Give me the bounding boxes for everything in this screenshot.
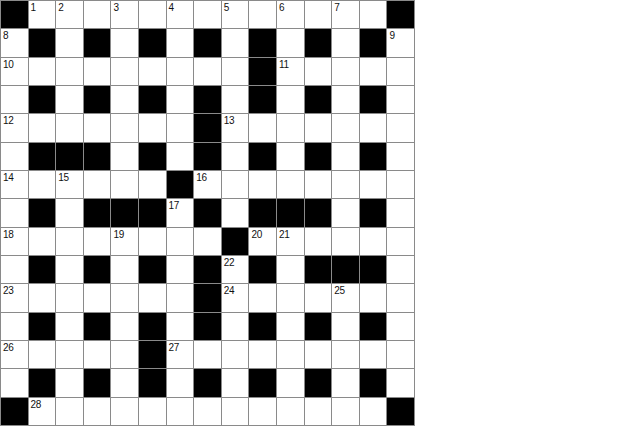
blocked-cell xyxy=(360,199,387,226)
grid-cell[interactable] xyxy=(56,284,83,311)
blocked-cell xyxy=(84,313,111,340)
grid-cell[interactable] xyxy=(360,58,387,85)
clue-number: 12 xyxy=(3,115,14,126)
grid-cell[interactable] xyxy=(84,341,111,368)
blocked-cell xyxy=(360,369,387,396)
grid-cell[interactable] xyxy=(305,114,332,141)
grid-cell[interactable] xyxy=(249,114,276,141)
blocked-cell xyxy=(194,143,221,170)
grid-cell[interactable] xyxy=(277,143,304,170)
grid-cell[interactable] xyxy=(387,369,414,396)
grid-cell[interactable] xyxy=(387,171,414,198)
grid-cell[interactable]: 13 xyxy=(222,114,249,141)
grid-cell[interactable] xyxy=(305,228,332,255)
clue-number: 23 xyxy=(3,285,14,296)
blocked-cell xyxy=(29,369,56,396)
clue-number: 11 xyxy=(279,59,289,70)
grid-cell[interactable] xyxy=(139,58,166,85)
grid-cell[interactable] xyxy=(360,341,387,368)
grid-cell[interactable] xyxy=(111,143,138,170)
grid-cell[interactable] xyxy=(222,143,249,170)
blocked-cell xyxy=(194,284,221,311)
grid-cell[interactable]: 15 xyxy=(56,171,83,198)
clue-number: 19 xyxy=(113,229,124,240)
grid-cell[interactable] xyxy=(139,171,166,198)
grid-cell[interactable]: 5 xyxy=(222,1,249,28)
grid-cell[interactable] xyxy=(305,341,332,368)
grid-cell[interactable]: 24 xyxy=(222,284,249,311)
grid-cell[interactable] xyxy=(167,284,194,311)
blocked-cell xyxy=(29,143,56,170)
grid-cell[interactable]: 28 xyxy=(29,398,56,425)
grid-cell[interactable] xyxy=(111,58,138,85)
blocked-cell xyxy=(360,313,387,340)
grid-cell[interactable] xyxy=(332,86,359,113)
grid-cell[interactable] xyxy=(332,143,359,170)
grid-cell[interactable]: 1 xyxy=(29,1,56,28)
clue-number: 14 xyxy=(3,172,14,183)
grid-cell[interactable] xyxy=(1,369,28,396)
grid-cell[interactable] xyxy=(332,313,359,340)
grid-cell[interactable] xyxy=(277,29,304,56)
blocked-cell xyxy=(249,313,276,340)
grid-cell[interactable] xyxy=(222,86,249,113)
blocked-cell xyxy=(194,86,221,113)
blocked-cell xyxy=(29,199,56,226)
clue-number: 22 xyxy=(224,257,235,268)
grid-cell[interactable]: 8 xyxy=(1,29,28,56)
clue-number: 17 xyxy=(169,200,180,211)
grid-cell[interactable] xyxy=(84,228,111,255)
grid-cell[interactable]: 11 xyxy=(277,58,304,85)
grid-cell[interactable] xyxy=(167,256,194,283)
grid-cell[interactable] xyxy=(360,171,387,198)
blocked-cell xyxy=(84,143,111,170)
clue-number: 6 xyxy=(279,2,284,13)
blocked-cell xyxy=(387,1,414,28)
grid-cell[interactable] xyxy=(29,171,56,198)
clue-number: 3 xyxy=(113,2,118,13)
blocked-cell xyxy=(139,341,166,368)
clue-number: 2 xyxy=(58,2,63,13)
grid-cell[interactable] xyxy=(167,143,194,170)
grid-cell[interactable] xyxy=(84,398,111,425)
grid-cell[interactable] xyxy=(249,1,276,28)
blocked-cell xyxy=(305,29,332,56)
grid-cell[interactable] xyxy=(167,58,194,85)
grid-cell[interactable] xyxy=(194,58,221,85)
grid-cell[interactable] xyxy=(56,199,83,226)
grid-cell[interactable] xyxy=(277,114,304,141)
blocked-cell xyxy=(139,29,166,56)
grid-cell[interactable] xyxy=(277,398,304,425)
grid-cell[interactable] xyxy=(29,341,56,368)
grid-cell[interactable] xyxy=(249,398,276,425)
grid-cell[interactable] xyxy=(249,171,276,198)
clue-number: 18 xyxy=(3,229,14,240)
grid-cell[interactable] xyxy=(277,369,304,396)
clue-number: 16 xyxy=(196,172,207,183)
grid-cell[interactable] xyxy=(194,228,221,255)
blocked-cell xyxy=(249,29,276,56)
grid-cell[interactable] xyxy=(139,1,166,28)
grid-cell[interactable] xyxy=(167,29,194,56)
blocked-cell xyxy=(111,199,138,226)
blocked-cell xyxy=(84,256,111,283)
grid-cell[interactable] xyxy=(56,228,83,255)
grid-cell[interactable] xyxy=(387,114,414,141)
grid-cell[interactable] xyxy=(139,114,166,141)
grid-cell[interactable] xyxy=(332,228,359,255)
blocked-cell xyxy=(84,86,111,113)
grid-cell[interactable] xyxy=(222,29,249,56)
grid-cell[interactable] xyxy=(222,199,249,226)
grid-cell[interactable] xyxy=(387,284,414,311)
grid-cell[interactable] xyxy=(29,114,56,141)
clue-number: 13 xyxy=(224,115,235,126)
grid-cell[interactable]: 23 xyxy=(1,284,28,311)
clue-number: 28 xyxy=(31,399,42,410)
blocked-cell xyxy=(194,114,221,141)
blocked-cell xyxy=(139,369,166,396)
blocked-cell xyxy=(194,29,221,56)
blocked-cell xyxy=(84,29,111,56)
grid-cell[interactable] xyxy=(360,1,387,28)
blocked-cell xyxy=(194,313,221,340)
grid-cell[interactable] xyxy=(167,313,194,340)
grid-cell[interactable] xyxy=(332,341,359,368)
grid-cell[interactable] xyxy=(222,398,249,425)
grid-cell[interactable] xyxy=(56,29,83,56)
clue-number: 26 xyxy=(3,342,14,353)
clue-number: 7 xyxy=(334,2,339,13)
blocked-cell xyxy=(29,313,56,340)
grid-cell[interactable]: 4 xyxy=(167,1,194,28)
grid-cell[interactable] xyxy=(249,284,276,311)
blocked-cell xyxy=(194,256,221,283)
grid-cell[interactable] xyxy=(332,114,359,141)
grid-cell[interactable] xyxy=(167,398,194,425)
grid-cell[interactable] xyxy=(56,58,83,85)
clue-number: 27 xyxy=(169,342,180,353)
grid-cell[interactable] xyxy=(167,228,194,255)
grid-cell[interactable]: 25 xyxy=(332,284,359,311)
grid-cell[interactable] xyxy=(111,398,138,425)
grid-cell[interactable] xyxy=(139,228,166,255)
blocked-cell xyxy=(139,86,166,113)
grid-cell[interactable] xyxy=(84,284,111,311)
grid-cell[interactable] xyxy=(167,86,194,113)
grid-cell[interactable] xyxy=(332,398,359,425)
grid-cell[interactable] xyxy=(56,341,83,368)
clue-number: 1 xyxy=(31,2,36,13)
blocked-cell xyxy=(139,143,166,170)
clue-number: 8 xyxy=(3,30,8,41)
grid-cell[interactable] xyxy=(305,171,332,198)
grid-cell[interactable]: 22 xyxy=(222,256,249,283)
blocked-cell xyxy=(332,256,359,283)
grid-cell[interactable]: 6 xyxy=(277,1,304,28)
blocked-cell xyxy=(305,256,332,283)
grid-cell[interactable] xyxy=(222,313,249,340)
grid-cell[interactable] xyxy=(387,58,414,85)
blocked-cell xyxy=(249,86,276,113)
grid-cell[interactable] xyxy=(56,114,83,141)
grid-cell[interactable]: 3 xyxy=(111,1,138,28)
blocked-cell xyxy=(139,256,166,283)
blocked-cell xyxy=(1,398,28,425)
blocked-cell xyxy=(1,1,28,28)
grid-cell[interactable] xyxy=(387,86,414,113)
blocked-cell xyxy=(249,199,276,226)
grid-cell[interactable] xyxy=(84,114,111,141)
grid-cell[interactable] xyxy=(305,58,332,85)
blocked-cell xyxy=(360,29,387,56)
clue-number: 15 xyxy=(58,172,69,183)
grid-cell[interactable]: 27 xyxy=(167,341,194,368)
crossword-grid: 1234567891011121314151617181920212223242… xyxy=(0,0,415,426)
grid-cell[interactable] xyxy=(111,114,138,141)
grid-cell[interactable] xyxy=(29,284,56,311)
grid-cell[interactable]: 26 xyxy=(1,341,28,368)
blocked-cell xyxy=(249,256,276,283)
clue-number: 5 xyxy=(224,2,229,13)
clue-number: 4 xyxy=(169,2,174,13)
clue-number: 21 xyxy=(279,229,290,240)
blocked-cell xyxy=(305,199,332,226)
grid-cell[interactable] xyxy=(56,398,83,425)
blocked-cell xyxy=(249,369,276,396)
grid-cell[interactable] xyxy=(222,58,249,85)
grid-cell[interactable] xyxy=(277,256,304,283)
grid-cell[interactable]: 14 xyxy=(1,171,28,198)
grid-cell[interactable] xyxy=(194,398,221,425)
blocked-cell xyxy=(29,86,56,113)
grid-cell[interactable] xyxy=(387,256,414,283)
grid-cell[interactable]: 20 xyxy=(249,228,276,255)
grid-cell[interactable] xyxy=(167,369,194,396)
grid-cell[interactable] xyxy=(111,284,138,311)
grid-cell[interactable] xyxy=(387,228,414,255)
grid-cell[interactable]: 16 xyxy=(194,171,221,198)
grid-cell[interactable] xyxy=(56,86,83,113)
clue-number: 25 xyxy=(334,285,345,296)
grid-cell[interactable] xyxy=(111,256,138,283)
page: 1234567891011121314151617181920212223242… xyxy=(0,0,640,426)
grid-cell[interactable] xyxy=(360,228,387,255)
grid-cell[interactable]: 21 xyxy=(277,228,304,255)
blocked-cell xyxy=(167,171,194,198)
grid-cell[interactable] xyxy=(222,369,249,396)
grid-cell[interactable] xyxy=(111,341,138,368)
grid-cell[interactable] xyxy=(111,171,138,198)
grid-cell[interactable] xyxy=(332,58,359,85)
clue-number: 24 xyxy=(224,285,235,296)
clue-number: 9 xyxy=(389,30,394,41)
grid-cell[interactable] xyxy=(332,199,359,226)
blocked-cell xyxy=(84,369,111,396)
grid-cell[interactable] xyxy=(249,341,276,368)
grid-cell[interactable] xyxy=(111,313,138,340)
grid-cell[interactable] xyxy=(1,313,28,340)
blocked-cell xyxy=(305,313,332,340)
grid-cell[interactable] xyxy=(332,171,359,198)
grid-cell[interactable] xyxy=(277,171,304,198)
grid-cell[interactable]: 12 xyxy=(1,114,28,141)
grid-cell[interactable] xyxy=(56,256,83,283)
grid-cell[interactable]: 17 xyxy=(167,199,194,226)
grid-cell[interactable]: 2 xyxy=(56,1,83,28)
grid-cell[interactable] xyxy=(360,284,387,311)
blocked-cell xyxy=(387,398,414,425)
grid-cell[interactable] xyxy=(84,1,111,28)
grid-cell[interactable] xyxy=(387,143,414,170)
blocked-cell xyxy=(305,143,332,170)
grid-cell[interactable] xyxy=(277,341,304,368)
clue-number: 10 xyxy=(3,59,14,70)
grid-cell[interactable] xyxy=(29,58,56,85)
grid-cell[interactable] xyxy=(29,228,56,255)
grid-cell[interactable]: 19 xyxy=(111,228,138,255)
grid-cell[interactable] xyxy=(332,29,359,56)
grid-cell[interactable] xyxy=(194,341,221,368)
grid-cell[interactable] xyxy=(360,398,387,425)
grid-cell[interactable]: 7 xyxy=(332,1,359,28)
grid-cell[interactable] xyxy=(277,86,304,113)
blocked-cell xyxy=(249,58,276,85)
grid-cell[interactable] xyxy=(111,86,138,113)
grid-cell[interactable] xyxy=(305,1,332,28)
grid-cell[interactable] xyxy=(139,284,166,311)
grid-cell[interactable] xyxy=(167,114,194,141)
grid-cell[interactable] xyxy=(56,369,83,396)
grid-cell[interactable] xyxy=(387,199,414,226)
grid-cell[interactable] xyxy=(1,256,28,283)
grid-cell[interactable] xyxy=(1,199,28,226)
grid-cell[interactable] xyxy=(277,284,304,311)
grid-cell[interactable] xyxy=(332,369,359,396)
grid-cell[interactable] xyxy=(194,1,221,28)
grid-cell[interactable] xyxy=(1,143,28,170)
blocked-cell xyxy=(305,369,332,396)
grid-cell[interactable] xyxy=(387,313,414,340)
grid-cell[interactable] xyxy=(84,171,111,198)
grid-cell[interactable]: 18 xyxy=(1,228,28,255)
grid-cell[interactable] xyxy=(111,369,138,396)
blocked-cell xyxy=(249,143,276,170)
grid-cell[interactable] xyxy=(111,29,138,56)
grid-cell[interactable] xyxy=(305,284,332,311)
blocked-cell xyxy=(360,86,387,113)
grid-cell[interactable]: 9 xyxy=(387,29,414,56)
clue-number: 20 xyxy=(251,229,262,240)
blocked-cell xyxy=(139,199,166,226)
blocked-cell xyxy=(56,143,83,170)
blocked-cell xyxy=(222,228,249,255)
blocked-cell xyxy=(277,199,304,226)
blocked-cell xyxy=(194,369,221,396)
grid-cell[interactable] xyxy=(360,114,387,141)
blocked-cell xyxy=(29,256,56,283)
grid-cell[interactable] xyxy=(84,58,111,85)
blocked-cell xyxy=(360,256,387,283)
grid-cell[interactable] xyxy=(1,86,28,113)
blocked-cell xyxy=(305,86,332,113)
blocked-cell xyxy=(139,313,166,340)
blocked-cell xyxy=(29,29,56,56)
grid-cell[interactable] xyxy=(222,341,249,368)
grid-cell[interactable] xyxy=(56,313,83,340)
blocked-cell xyxy=(194,199,221,226)
grid-cell[interactable] xyxy=(305,398,332,425)
grid-cell[interactable] xyxy=(139,398,166,425)
blocked-cell xyxy=(84,199,111,226)
grid-cell[interactable] xyxy=(387,341,414,368)
grid-cell[interactable] xyxy=(277,313,304,340)
grid-cell[interactable] xyxy=(222,171,249,198)
grid-cell[interactable]: 10 xyxy=(1,58,28,85)
blocked-cell xyxy=(360,143,387,170)
